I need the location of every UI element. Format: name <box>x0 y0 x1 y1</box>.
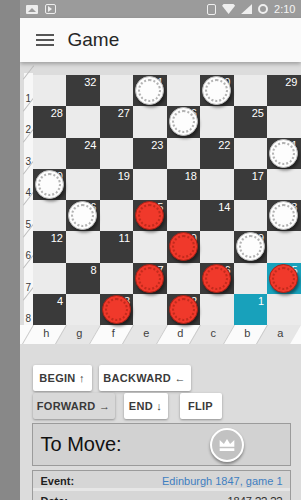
square-light <box>33 75 67 106</box>
white-man-dots <box>272 204 295 227</box>
square-7[interactable]: 7 <box>133 263 167 294</box>
square-light <box>133 169 167 200</box>
square-light <box>234 138 268 169</box>
square-number: 19 <box>118 170 130 182</box>
white-man-dots <box>138 79 161 102</box>
red-man-dots <box>172 235 195 258</box>
square-light <box>66 231 100 262</box>
red-man-dots <box>272 267 295 290</box>
rank-strip: 12345678 <box>24 73 33 325</box>
square-21[interactable]: 21 <box>267 138 301 169</box>
red-man[interactable] <box>102 295 131 324</box>
flip-button[interactable]: FLIP <box>180 393 222 419</box>
game-details-panel: Event: Edinburgh 1847, game 1 Date: 1847… <box>32 470 291 500</box>
square-9[interactable]: 9 <box>234 231 268 262</box>
board-squares: 3231302928272625242322212019181716151413… <box>33 75 301 325</box>
forward-button[interactable]: FORWARD → <box>33 393 115 419</box>
square-number: 18 <box>185 170 197 182</box>
square-light <box>167 75 201 106</box>
square-light <box>100 263 134 294</box>
red-man[interactable] <box>202 264 231 293</box>
square-light <box>133 106 167 137</box>
square-11[interactable]: 11 <box>100 231 134 262</box>
square-light <box>234 200 268 231</box>
square-4[interactable]: 4 <box>33 294 67 325</box>
toolbar: Game <box>20 18 301 62</box>
square-light <box>33 263 67 294</box>
square-number: 17 <box>252 170 264 182</box>
square-number: 32 <box>84 76 96 88</box>
white-man-dots <box>239 235 262 258</box>
event-label: Event: <box>41 475 75 487</box>
square-number: 14 <box>218 201 230 213</box>
square-2[interactable]: 2 <box>167 294 201 325</box>
checkers-board: 12345678 3231302928272625242322212019181… <box>20 75 301 344</box>
app-screen: 2:10 Game 12345678 323130292827262524232… <box>20 0 301 500</box>
square-light <box>167 138 201 169</box>
square-20[interactable]: 20 <box>33 169 67 200</box>
square-number: 4 <box>57 295 63 307</box>
square-light <box>234 75 268 106</box>
square-light <box>100 200 134 231</box>
cellular-icon <box>241 4 252 14</box>
red-man-dots <box>138 267 161 290</box>
white-man-dots <box>38 173 61 196</box>
crown-icon <box>210 428 244 462</box>
square-27[interactable]: 27 <box>100 106 134 137</box>
white-man[interactable] <box>35 170 64 199</box>
square-number: 22 <box>218 139 230 151</box>
white-man-dots <box>272 142 295 165</box>
square-17[interactable]: 17 <box>234 169 268 200</box>
white-man[interactable] <box>202 76 231 105</box>
square-8[interactable]: 8 <box>66 263 100 294</box>
square-3[interactable]: 3 <box>100 294 134 325</box>
square-32[interactable]: 32 <box>66 75 100 106</box>
square-25[interactable]: 25 <box>234 106 268 137</box>
file-row: hgfedcba <box>33 325 301 344</box>
begin-button[interactable]: BEGIN ↑ <box>33 365 92 391</box>
square-number: 24 <box>84 139 96 151</box>
square-number: 8 <box>90 264 96 276</box>
status-time: 2:10 <box>274 3 295 15</box>
square-23[interactable]: 23 <box>133 138 167 169</box>
red-man-dots <box>138 204 161 227</box>
battery-circle-icon <box>258 4 268 14</box>
rank-label-8: 8 <box>24 294 33 326</box>
end-button[interactable]: END ↓ <box>124 393 168 419</box>
square-14[interactable]: 14 <box>200 200 234 231</box>
square-19[interactable]: 19 <box>100 169 134 200</box>
square-16[interactable]: 16 <box>66 200 100 231</box>
white-man-dots <box>205 79 228 102</box>
square-light <box>133 231 167 262</box>
square-number: 23 <box>151 139 163 151</box>
date-label: Date: <box>41 495 69 500</box>
red-man[interactable] <box>269 264 298 293</box>
square-number: 11 <box>119 232 130 244</box>
white-man[interactable] <box>236 232 265 261</box>
red-man-dots <box>105 298 128 321</box>
status-bar: 2:10 <box>20 0 301 18</box>
square-light <box>267 169 301 200</box>
square-30[interactable]: 30 <box>200 75 234 106</box>
square-light <box>66 294 100 325</box>
square-light <box>234 263 268 294</box>
square-number: 25 <box>252 107 264 119</box>
to-move-label: To Move: <box>41 433 122 456</box>
square-light <box>200 169 234 200</box>
file-strip: hgfedcba <box>20 325 301 344</box>
event-row: Event: Edinburgh 1847, game 1 <box>33 471 290 491</box>
square-number: 28 <box>51 107 63 119</box>
white-man-dots <box>71 204 94 227</box>
hourglass-icon <box>207 4 216 15</box>
play-store-icon <box>45 4 56 14</box>
square-light <box>133 294 167 325</box>
system-icons: 2:10 <box>207 3 300 15</box>
square-light <box>267 231 301 262</box>
white-man[interactable] <box>68 201 97 230</box>
square-5[interactable]: 5 <box>267 263 301 294</box>
red-man[interactable] <box>169 295 198 324</box>
square-light <box>200 106 234 137</box>
square-28[interactable]: 28 <box>33 106 67 137</box>
square-24[interactable]: 24 <box>66 138 100 169</box>
white-man[interactable] <box>269 201 298 230</box>
square-light <box>267 106 301 137</box>
square-6[interactable]: 6 <box>200 263 234 294</box>
date-row: Date: 1847.??.?? <box>33 491 290 500</box>
event-value-link[interactable]: Edinburgh 1847, game 1 <box>162 475 282 487</box>
square-light <box>100 75 134 106</box>
square-light <box>167 200 201 231</box>
square-15[interactable]: 15 <box>133 200 167 231</box>
square-number: 29 <box>285 76 297 88</box>
hamburger-icon[interactable] <box>36 31 54 49</box>
square-light <box>267 294 301 325</box>
white-man[interactable] <box>169 107 198 136</box>
square-13[interactable]: 13 <box>267 200 301 231</box>
to-move-panel: To Move: <box>32 423 291 466</box>
page-title: Game <box>68 29 120 51</box>
square-light <box>200 231 234 262</box>
square-light <box>33 138 67 169</box>
square-light <box>66 106 100 137</box>
red-man-dots <box>172 298 195 321</box>
square-10[interactable]: 10 <box>167 231 201 262</box>
square-number: 1 <box>258 295 264 307</box>
square-12[interactable]: 12 <box>33 231 67 262</box>
square-26[interactable]: 26 <box>167 106 201 137</box>
notification-icons <box>20 4 56 14</box>
square-22[interactable]: 22 <box>200 138 234 169</box>
red-man[interactable] <box>169 232 198 261</box>
photo-icon <box>26 5 38 14</box>
square-number: 12 <box>51 232 63 244</box>
red-man-dots <box>205 267 228 290</box>
square-18[interactable]: 18 <box>167 169 201 200</box>
square-light <box>33 200 67 231</box>
white-man-dots <box>172 110 195 133</box>
square-1[interactable]: 1 <box>234 294 268 325</box>
red-man[interactable] <box>135 264 164 293</box>
wifi-icon <box>222 4 235 14</box>
red-man[interactable] <box>135 201 164 230</box>
square-light <box>100 138 134 169</box>
square-light <box>66 169 100 200</box>
square-31[interactable]: 31 <box>133 75 167 106</box>
square-light <box>167 263 201 294</box>
backward-button[interactable]: BACKWARD ← <box>99 365 191 391</box>
date-value: 1847.??.?? <box>227 495 282 500</box>
square-29[interactable]: 29 <box>267 75 301 106</box>
square-number: 27 <box>118 107 130 119</box>
square-light <box>200 294 234 325</box>
white-man[interactable] <box>269 139 298 168</box>
white-man[interactable] <box>135 76 164 105</box>
